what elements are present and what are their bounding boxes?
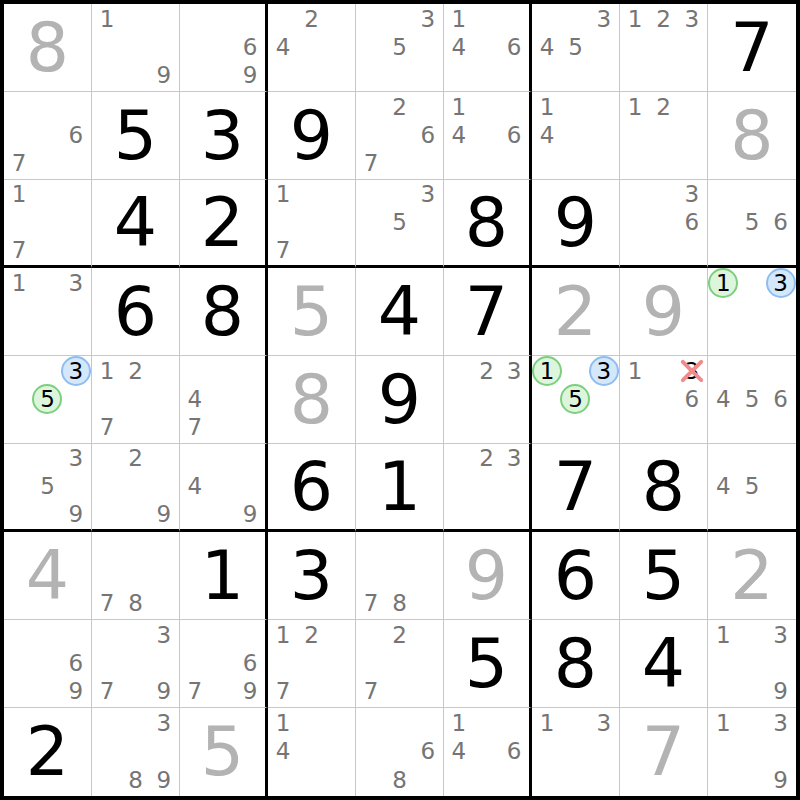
cell-r1c6[interactable]: 146 bbox=[444, 4, 532, 92]
candidate-digit: 7 bbox=[276, 239, 291, 262]
candidate-3[interactable]: 3 bbox=[62, 445, 90, 473]
given-digit: 1 bbox=[356, 444, 443, 529]
cell-r3c2[interactable]: 4 bbox=[92, 180, 180, 268]
candidate-1[interactable]: 1 bbox=[445, 709, 473, 738]
candidate-1[interactable]: 1 bbox=[5, 181, 33, 209]
candidate-digit: 9 bbox=[243, 680, 258, 703]
cell-r3c3[interactable]: 2 bbox=[180, 180, 268, 268]
candidate-7[interactable]: 7 bbox=[93, 590, 121, 618]
candidates: 23 bbox=[444, 444, 529, 529]
candidate-9[interactable]: 9 bbox=[236, 500, 264, 528]
candidate-1[interactable]: 1 bbox=[445, 5, 473, 33]
candidate-3[interactable]: 3 bbox=[678, 5, 706, 33]
cell-r1c9[interactable]: 7 bbox=[708, 4, 796, 92]
cell-r4c1[interactable]: 13 bbox=[4, 268, 92, 356]
candidate-2[interactable]: 2 bbox=[473, 357, 501, 385]
candidate-2[interactable]: 2 bbox=[649, 5, 677, 33]
candidates: 135 bbox=[532, 356, 619, 443]
candidate-3[interactable]: 3 bbox=[150, 621, 178, 649]
cell-r1c8[interactable]: 123 bbox=[620, 4, 708, 92]
candidate-6[interactable]: 6 bbox=[414, 738, 442, 767]
candidate-5[interactable]: 5 bbox=[385, 33, 413, 61]
candidate-1[interactable]: 1 bbox=[93, 357, 121, 385]
candidates: 359 bbox=[4, 444, 91, 529]
candidates: 27 bbox=[356, 620, 443, 707]
cell-r2c3[interactable]: 3 bbox=[180, 92, 268, 180]
solver-digit: 2 bbox=[708, 532, 796, 619]
candidate-7[interactable]: 7 bbox=[5, 236, 33, 264]
candidate-5[interactable]: 5 bbox=[561, 385, 589, 413]
candidate-digit: 7 bbox=[12, 239, 27, 262]
candidate-3[interactable]: 3 bbox=[150, 709, 178, 738]
candidate-6[interactable]: 6 bbox=[236, 649, 264, 677]
candidate-5[interactable]: 5 bbox=[738, 385, 767, 413]
candidate-6[interactable]: 6 bbox=[766, 209, 795, 237]
given-digit: 7 bbox=[708, 4, 796, 91]
candidate-digit: 4 bbox=[452, 740, 467, 763]
candidate-digit: 9 bbox=[157, 769, 172, 792]
candidate-4[interactable]: 4 bbox=[533, 33, 561, 61]
candidate-digit: 1 bbox=[716, 624, 731, 647]
cell-r7c2[interactable]: 78 bbox=[92, 532, 180, 620]
candidate-9[interactable]: 9 bbox=[766, 678, 795, 706]
cell-r7c7[interactable]: 6 bbox=[532, 532, 620, 620]
cell-r8c1[interactable]: 69 bbox=[4, 620, 92, 708]
candidates: 19 bbox=[92, 4, 179, 91]
cell-r5c5[interactable]: 9 bbox=[356, 356, 444, 444]
candidate-6[interactable]: 6 bbox=[678, 385, 706, 413]
cell-r9c2[interactable]: 389 bbox=[92, 708, 180, 796]
candidates: 127 bbox=[268, 620, 355, 707]
candidate-6[interactable]: 6 bbox=[500, 33, 528, 61]
cell-r4c2[interactable]: 6 bbox=[92, 268, 180, 356]
candidate-8[interactable]: 8 bbox=[121, 590, 149, 618]
candidate-1[interactable]: 1 bbox=[269, 181, 297, 209]
candidate-9[interactable]: 9 bbox=[150, 766, 178, 795]
candidate-digit: 3 bbox=[597, 712, 612, 735]
cell-r4c9[interactable]: 13 bbox=[708, 268, 796, 356]
candidate-3[interactable]: 3 bbox=[590, 5, 618, 33]
solver-digit: 5 bbox=[268, 268, 355, 355]
cell-r7c9[interactable]: 2 bbox=[708, 532, 796, 620]
candidate-4[interactable]: 4 bbox=[533, 121, 561, 149]
candidate-digit: 8 bbox=[392, 592, 407, 615]
candidate-5[interactable]: 5 bbox=[33, 385, 61, 413]
cell-r5c9[interactable]: 456 bbox=[708, 356, 796, 444]
given-digit: 4 bbox=[356, 268, 443, 355]
cell-r5c8[interactable]: 136 bbox=[620, 356, 708, 444]
cell-r4c3[interactable]: 8 bbox=[180, 268, 268, 356]
candidate-digit: 2 bbox=[656, 8, 671, 31]
candidate-digit: 5 bbox=[40, 388, 55, 411]
candidate-digit: 5 bbox=[568, 388, 583, 411]
candidate-digit: 3 bbox=[69, 447, 84, 470]
cell-r2c6[interactable]: 146 bbox=[444, 92, 532, 180]
cell-r2c7[interactable]: 14 bbox=[532, 92, 620, 180]
candidates: 69 bbox=[180, 4, 265, 91]
candidate-digit: 2 bbox=[392, 96, 407, 119]
candidate-1[interactable]: 1 bbox=[269, 621, 297, 649]
cell-r8c8[interactable]: 4 bbox=[620, 620, 708, 708]
candidate-digit: 3 bbox=[597, 8, 612, 31]
candidate-digit: 4 bbox=[452, 124, 467, 147]
candidate-6[interactable]: 6 bbox=[500, 121, 528, 149]
candidate-3[interactable]: 3 bbox=[590, 357, 618, 385]
candidate-digit: 9 bbox=[157, 64, 172, 87]
candidate-digit: 4 bbox=[452, 36, 467, 59]
candidates: 35 bbox=[356, 180, 443, 265]
candidate-digit: 7 bbox=[188, 680, 203, 703]
given-digit: 7 bbox=[532, 444, 619, 529]
candidate-8[interactable]: 8 bbox=[385, 766, 413, 795]
candidate-digit: 4 bbox=[188, 475, 203, 498]
candidate-2[interactable]: 2 bbox=[297, 5, 325, 33]
cell-r5c1[interactable]: 35 bbox=[4, 356, 92, 444]
candidate-digit: 1 bbox=[628, 8, 643, 31]
candidate-1[interactable]: 1 bbox=[93, 5, 121, 33]
candidates: 49 bbox=[180, 444, 265, 529]
candidate-6[interactable]: 6 bbox=[236, 33, 264, 61]
cell-r9c1[interactable]: 2 bbox=[4, 708, 92, 796]
candidate-3[interactable]: 3 bbox=[766, 621, 795, 649]
candidate-4[interactable]: 4 bbox=[445, 738, 473, 767]
candidates: 146 bbox=[444, 92, 529, 179]
cell-r2c8[interactable]: 12 bbox=[620, 92, 708, 180]
cell-r7c8[interactable]: 5 bbox=[620, 532, 708, 620]
cell-r3c9[interactable]: 56 bbox=[708, 180, 796, 268]
cell-r5c2[interactable]: 127 bbox=[92, 356, 180, 444]
cell-r2c9[interactable]: 8 bbox=[708, 92, 796, 180]
cell-r7c5[interactable]: 78 bbox=[356, 532, 444, 620]
candidate-2[interactable]: 2 bbox=[297, 621, 325, 649]
cell-r3c8[interactable]: 36 bbox=[620, 180, 708, 268]
candidate-digit: 1 bbox=[628, 96, 643, 119]
candidate-1[interactable]: 1 bbox=[709, 709, 738, 738]
candidate-5[interactable]: 5 bbox=[33, 473, 61, 501]
cell-r5c7[interactable]: 135 bbox=[532, 356, 620, 444]
cell-r8c3[interactable]: 679 bbox=[180, 620, 268, 708]
candidate-9[interactable]: 9 bbox=[150, 500, 178, 528]
candidate-7[interactable]: 7 bbox=[181, 414, 209, 442]
candidate-digit: 1 bbox=[540, 712, 555, 735]
given-digit: 6 bbox=[532, 532, 619, 619]
cell-r3c1[interactable]: 17 bbox=[4, 180, 92, 268]
candidate-9[interactable]: 9 bbox=[62, 678, 90, 706]
solver-digit: 9 bbox=[620, 268, 707, 355]
cell-r9c4[interactable]: 14 bbox=[268, 708, 356, 796]
candidate-7[interactable]: 7 bbox=[93, 414, 121, 442]
candidate-2[interactable]: 2 bbox=[649, 93, 677, 121]
candidates: 17 bbox=[4, 180, 91, 265]
candidate-2[interactable]: 2 bbox=[473, 445, 501, 473]
candidate-digit: 9 bbox=[773, 769, 788, 792]
candidate-digit: 4 bbox=[540, 36, 555, 59]
candidate-1[interactable]: 1 bbox=[621, 93, 649, 121]
candidate-2[interactable]: 2 bbox=[385, 93, 413, 121]
candidate-6[interactable]: 6 bbox=[500, 738, 528, 767]
candidate-digit: 2 bbox=[304, 624, 319, 647]
cell-r3c6[interactable]: 8 bbox=[444, 180, 532, 268]
candidate-digit: 8 bbox=[128, 769, 143, 792]
candidate-digit: 7 bbox=[100, 592, 115, 615]
solver-digit: 8 bbox=[268, 356, 355, 443]
candidates: 78 bbox=[356, 532, 443, 619]
candidate-2[interactable]: 2 bbox=[121, 357, 149, 385]
candidate-digit: 1 bbox=[276, 624, 291, 647]
cell-r9c8[interactable]: 7 bbox=[620, 708, 708, 796]
candidates: 56 bbox=[708, 180, 796, 265]
candidate-6[interactable]: 6 bbox=[766, 385, 795, 413]
candidate-6[interactable]: 6 bbox=[62, 649, 90, 677]
candidate-digit: 6 bbox=[773, 388, 788, 411]
candidate-digit: 2 bbox=[304, 8, 319, 31]
given-digit: 8 bbox=[532, 620, 619, 707]
candidate-digit: 6 bbox=[685, 211, 700, 234]
candidate-1[interactable]: 1 bbox=[533, 93, 561, 121]
cell-r7c3[interactable]: 1 bbox=[180, 532, 268, 620]
cell-r1c1[interactable]: 8 bbox=[4, 4, 92, 92]
candidates: 267 bbox=[356, 92, 443, 179]
cell-r6c1[interactable]: 359 bbox=[4, 444, 92, 532]
candidate-5[interactable]: 5 bbox=[561, 33, 589, 61]
candidate-3[interactable]: 3 bbox=[678, 357, 706, 385]
candidate-7[interactable]: 7 bbox=[93, 678, 121, 706]
cell-r6c3[interactable]: 49 bbox=[180, 444, 268, 532]
cell-r1c7[interactable]: 345 bbox=[532, 4, 620, 92]
cell-r8c6[interactable]: 5 bbox=[444, 620, 532, 708]
cell-r7c1[interactable]: 4 bbox=[4, 532, 92, 620]
cell-r4c4[interactable]: 5 bbox=[268, 268, 356, 356]
candidates: 69 bbox=[4, 620, 91, 707]
candidates: 136 bbox=[620, 356, 707, 443]
cell-r1c2[interactable]: 19 bbox=[92, 4, 180, 92]
cell-r5c4[interactable]: 8 bbox=[268, 356, 356, 444]
given-digit: 3 bbox=[180, 92, 265, 179]
candidate-digit: 3 bbox=[773, 272, 788, 295]
candidate-digit: 9 bbox=[157, 680, 172, 703]
candidate-6[interactable]: 6 bbox=[414, 121, 442, 149]
candidate-7[interactable]: 7 bbox=[269, 236, 297, 264]
candidate-9[interactable]: 9 bbox=[150, 678, 178, 706]
candidate-3[interactable]: 3 bbox=[678, 181, 706, 209]
cell-r4c6[interactable]: 7 bbox=[444, 268, 532, 356]
candidate-digit: 9 bbox=[243, 64, 258, 87]
candidate-7[interactable]: 7 bbox=[181, 678, 209, 706]
candidate-3[interactable]: 3 bbox=[766, 269, 795, 297]
given-digit: 2 bbox=[180, 180, 265, 265]
cell-r2c5[interactable]: 267 bbox=[356, 92, 444, 180]
cell-r6c6[interactable]: 23 bbox=[444, 444, 532, 532]
cell-r5c6[interactable]: 23 bbox=[444, 356, 532, 444]
candidates: 456 bbox=[708, 356, 796, 443]
candidate-3[interactable]: 3 bbox=[500, 357, 528, 385]
candidate-1[interactable]: 1 bbox=[709, 269, 738, 297]
candidate-9[interactable]: 9 bbox=[236, 62, 264, 90]
candidate-3[interactable]: 3 bbox=[62, 269, 90, 297]
given-digit: 5 bbox=[92, 92, 179, 179]
candidate-7[interactable]: 7 bbox=[5, 150, 33, 178]
cell-r8c4[interactable]: 127 bbox=[268, 620, 356, 708]
candidate-9[interactable]: 9 bbox=[62, 500, 90, 528]
candidate-digit: 2 bbox=[392, 624, 407, 647]
cell-r8c9[interactable]: 139 bbox=[708, 620, 796, 708]
candidates: 379 bbox=[92, 620, 179, 707]
candidate-4[interactable]: 4 bbox=[269, 738, 297, 767]
cell-r8c5[interactable]: 27 bbox=[356, 620, 444, 708]
cell-r7c4[interactable]: 3 bbox=[268, 532, 356, 620]
cell-r8c2[interactable]: 379 bbox=[92, 620, 180, 708]
given-digit: 6 bbox=[92, 268, 179, 355]
cell-r1c3[interactable]: 69 bbox=[180, 4, 268, 92]
candidate-7[interactable]: 7 bbox=[269, 678, 297, 706]
candidate-4[interactable]: 4 bbox=[269, 33, 297, 61]
cell-r9c6[interactable]: 146 bbox=[444, 708, 532, 796]
candidate-3[interactable]: 3 bbox=[500, 445, 528, 473]
candidate-5[interactable]: 5 bbox=[738, 209, 767, 237]
candidate-6[interactable]: 6 bbox=[62, 121, 90, 149]
cell-r4c8[interactable]: 9 bbox=[620, 268, 708, 356]
cell-r6c5[interactable]: 1 bbox=[356, 444, 444, 532]
given-digit: 3 bbox=[268, 532, 355, 619]
candidates: 12 bbox=[620, 92, 707, 179]
candidates: 78 bbox=[92, 532, 179, 619]
candidate-digit: 6 bbox=[507, 36, 522, 59]
candidate-4[interactable]: 4 bbox=[445, 33, 473, 61]
candidate-1[interactable]: 1 bbox=[621, 5, 649, 33]
cell-r6c4[interactable]: 6 bbox=[268, 444, 356, 532]
candidates: 24 bbox=[268, 4, 355, 91]
cell-r4c5[interactable]: 4 bbox=[356, 268, 444, 356]
candidate-2[interactable]: 2 bbox=[121, 445, 149, 473]
candidate-digit: 3 bbox=[421, 8, 436, 31]
candidate-6[interactable]: 6 bbox=[678, 209, 706, 237]
candidate-digit: 5 bbox=[745, 475, 760, 498]
given-digit: 6 bbox=[268, 444, 355, 529]
candidate-digit: 4 bbox=[276, 36, 291, 59]
candidates: 35 bbox=[356, 4, 443, 91]
cell-r9c3[interactable]: 5 bbox=[180, 708, 268, 796]
candidate-2[interactable]: 2 bbox=[385, 621, 413, 649]
candidate-4[interactable]: 4 bbox=[181, 385, 209, 413]
candidate-1[interactable]: 1 bbox=[533, 357, 561, 385]
candidate-digit: 6 bbox=[685, 388, 700, 411]
cell-r9c7[interactable]: 13 bbox=[532, 708, 620, 796]
given-digit: 2 bbox=[4, 708, 91, 796]
candidates: 13 bbox=[4, 268, 91, 355]
candidate-3[interactable]: 3 bbox=[590, 709, 618, 738]
solver-digit: 9 bbox=[444, 532, 529, 619]
cell-r3c7[interactable]: 9 bbox=[532, 180, 620, 268]
candidate-1[interactable]: 1 bbox=[533, 709, 561, 738]
candidates: 679 bbox=[180, 620, 265, 707]
cell-r2c1[interactable]: 67 bbox=[4, 92, 92, 180]
candidate-3[interactable]: 3 bbox=[62, 357, 90, 385]
given-digit: 7 bbox=[444, 268, 529, 355]
cell-r3c4[interactable]: 17 bbox=[268, 180, 356, 268]
candidates: 389 bbox=[92, 708, 179, 796]
candidate-7[interactable]: 7 bbox=[357, 150, 385, 178]
cell-r6c8[interactable]: 8 bbox=[620, 444, 708, 532]
candidate-9[interactable]: 9 bbox=[766, 766, 795, 795]
candidate-9[interactable]: 9 bbox=[150, 62, 178, 90]
candidate-8[interactable]: 8 bbox=[385, 590, 413, 618]
cell-r2c4[interactable]: 9 bbox=[268, 92, 356, 180]
candidate-digit: 4 bbox=[716, 388, 731, 411]
candidate-4[interactable]: 4 bbox=[181, 473, 209, 501]
cell-r1c4[interactable]: 24 bbox=[268, 4, 356, 92]
candidate-digit: 3 bbox=[507, 360, 522, 383]
candidate-7[interactable]: 7 bbox=[357, 678, 385, 706]
candidate-3[interactable]: 3 bbox=[414, 181, 442, 209]
cell-r2c2[interactable]: 5 bbox=[92, 92, 180, 180]
given-digit: 4 bbox=[620, 620, 707, 707]
candidates: 29 bbox=[92, 444, 179, 529]
cell-r5c3[interactable]: 47 bbox=[180, 356, 268, 444]
candidate-digit: 3 bbox=[421, 183, 436, 206]
candidate-digit: 1 bbox=[540, 96, 555, 119]
candidate-4[interactable]: 4 bbox=[445, 121, 473, 149]
candidate-1[interactable]: 1 bbox=[709, 621, 738, 649]
cell-r8c7[interactable]: 8 bbox=[532, 620, 620, 708]
candidate-digit: 7 bbox=[276, 680, 291, 703]
candidate-digit: 6 bbox=[421, 740, 436, 763]
candidate-1[interactable]: 1 bbox=[269, 709, 297, 738]
cell-r6c9[interactable]: 45 bbox=[708, 444, 796, 532]
given-digit: 8 bbox=[444, 180, 529, 265]
candidate-digit: 3 bbox=[69, 272, 84, 295]
cell-r9c5[interactable]: 68 bbox=[356, 708, 444, 796]
candidate-digit: 2 bbox=[656, 96, 671, 119]
candidate-1[interactable]: 1 bbox=[5, 269, 33, 297]
candidate-digit: 7 bbox=[364, 592, 379, 615]
cell-r9c9[interactable]: 139 bbox=[708, 708, 796, 796]
cell-r4c7[interactable]: 2 bbox=[532, 268, 620, 356]
candidate-1[interactable]: 1 bbox=[445, 93, 473, 121]
candidates: 139 bbox=[708, 708, 796, 796]
cell-r7c6[interactable]: 9 bbox=[444, 532, 532, 620]
solver-digit: 2 bbox=[532, 268, 619, 355]
candidate-4[interactable]: 4 bbox=[709, 385, 738, 413]
cell-r1c5[interactable]: 35 bbox=[356, 4, 444, 92]
candidate-8[interactable]: 8 bbox=[121, 766, 149, 795]
candidate-digit: 5 bbox=[392, 36, 407, 59]
candidate-4[interactable]: 4 bbox=[709, 473, 738, 501]
candidate-3[interactable]: 3 bbox=[414, 5, 442, 33]
candidate-digit: 1 bbox=[452, 96, 467, 119]
given-digit: 8 bbox=[180, 268, 265, 355]
solver-digit: 8 bbox=[4, 4, 91, 91]
candidate-3[interactable]: 3 bbox=[766, 709, 795, 738]
cell-r3c5[interactable]: 35 bbox=[356, 180, 444, 268]
candidate-digit: 4 bbox=[716, 475, 731, 498]
candidate-1[interactable]: 1 bbox=[621, 357, 649, 385]
candidate-7[interactable]: 7 bbox=[357, 590, 385, 618]
candidates: 146 bbox=[444, 4, 529, 91]
candidate-digit: 3 bbox=[597, 360, 612, 383]
candidate-digit: 1 bbox=[540, 360, 555, 383]
candidates: 23 bbox=[444, 356, 529, 443]
candidate-digit: 5 bbox=[392, 211, 407, 234]
candidates: 68 bbox=[356, 708, 443, 796]
candidate-digit: 1 bbox=[100, 360, 115, 383]
candidate-5[interactable]: 5 bbox=[385, 209, 413, 237]
candidate-digit: 9 bbox=[773, 680, 788, 703]
cell-r6c7[interactable]: 7 bbox=[532, 444, 620, 532]
candidate-5[interactable]: 5 bbox=[738, 473, 767, 501]
candidate-digit: 3 bbox=[685, 183, 700, 206]
candidate-9[interactable]: 9 bbox=[236, 678, 264, 706]
cell-r6c2[interactable]: 29 bbox=[92, 444, 180, 532]
